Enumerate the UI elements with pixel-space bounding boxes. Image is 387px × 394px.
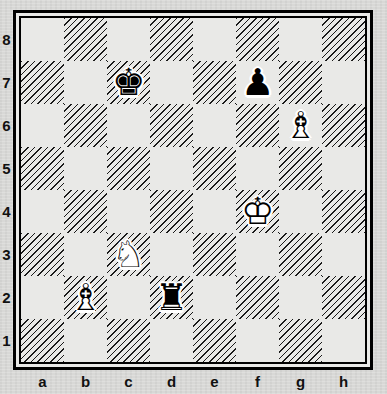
square-c6 [107, 104, 150, 147]
square-g8 [279, 18, 322, 61]
file-label-b: b [64, 373, 107, 391]
file-label-d: d [150, 373, 193, 391]
square-h3 [322, 233, 365, 276]
square-b4 [64, 190, 107, 233]
square-g4 [279, 190, 322, 233]
square-b7 [64, 61, 107, 104]
square-f7: ♟ [236, 61, 279, 104]
rank-label-2: 2 [0, 276, 13, 319]
square-d3 [150, 233, 193, 276]
square-g1 [279, 319, 322, 362]
square-f1 [236, 319, 279, 362]
piece-black-rook-d2: ♜ [150, 276, 193, 319]
file-label-a: a [21, 373, 64, 391]
piece-white-king-f4: ♚♔ [236, 190, 279, 233]
piece-white-bishop-g6: ♝♗ [279, 104, 322, 147]
square-c3: ♞♘ [107, 233, 150, 276]
square-a4 [21, 190, 64, 233]
square-a2 [21, 276, 64, 319]
square-h1 [322, 319, 365, 362]
square-f5 [236, 147, 279, 190]
file-label-g: g [279, 373, 322, 391]
file-label-h: h [322, 373, 365, 391]
chess-board: ♚♟♝♗♚♔♞♘♝♗♜ [13, 10, 373, 370]
square-d2: ♜ [150, 276, 193, 319]
square-g6: ♝♗ [279, 104, 322, 147]
square-f4: ♚♔ [236, 190, 279, 233]
rank-label-5: 5 [0, 147, 13, 190]
piece-white-bishop-b2: ♝♗ [64, 276, 107, 319]
file-label-f: f [236, 373, 279, 391]
square-a8 [21, 18, 64, 61]
square-h6 [322, 104, 365, 147]
square-g7 [279, 61, 322, 104]
square-d7 [150, 61, 193, 104]
square-b1 [64, 319, 107, 362]
square-e6 [193, 104, 236, 147]
square-c4 [107, 190, 150, 233]
square-d6 [150, 104, 193, 147]
square-a5 [21, 147, 64, 190]
board-inner-border: ♚♟♝♗♚♔♞♘♝♗♜ [19, 16, 367, 364]
rank-label-8: 8 [0, 18, 13, 61]
rank-label-3: 3 [0, 233, 13, 276]
chess-diagram-page: 87654321 ♚♟♝♗♚♔♞♘♝♗♜ abcdefgh [0, 0, 387, 394]
square-e2 [193, 276, 236, 319]
square-a1 [21, 319, 64, 362]
square-c8 [107, 18, 150, 61]
square-b5 [64, 147, 107, 190]
square-b6 [64, 104, 107, 147]
square-b3 [64, 233, 107, 276]
file-label-e: e [193, 373, 236, 391]
square-a7 [21, 61, 64, 104]
square-d5 [150, 147, 193, 190]
rank-label-1: 1 [0, 319, 13, 362]
square-g3 [279, 233, 322, 276]
board-grid: ♚♟♝♗♚♔♞♘♝♗♜ [21, 18, 365, 362]
square-h2 [322, 276, 365, 319]
square-e7 [193, 61, 236, 104]
square-d4 [150, 190, 193, 233]
square-d1 [150, 319, 193, 362]
square-c1 [107, 319, 150, 362]
rank-labels: 87654321 [0, 18, 13, 362]
rank-label-7: 7 [0, 61, 13, 104]
square-e1 [193, 319, 236, 362]
square-f6 [236, 104, 279, 147]
square-c5 [107, 147, 150, 190]
square-f2 [236, 276, 279, 319]
square-g5 [279, 147, 322, 190]
square-f8 [236, 18, 279, 61]
square-a6 [21, 104, 64, 147]
rank-label-6: 6 [0, 104, 13, 147]
square-e8 [193, 18, 236, 61]
square-h7 [322, 61, 365, 104]
square-b8 [64, 18, 107, 61]
square-e3 [193, 233, 236, 276]
square-b2: ♝♗ [64, 276, 107, 319]
square-f3 [236, 233, 279, 276]
file-labels: abcdefgh [21, 373, 365, 391]
piece-black-king-c7: ♚ [107, 61, 150, 104]
piece-white-knight-c3: ♞♘ [107, 233, 150, 276]
square-a3 [21, 233, 64, 276]
square-h8 [322, 18, 365, 61]
square-e5 [193, 147, 236, 190]
square-h4 [322, 190, 365, 233]
piece-black-pawn-f7: ♟ [236, 61, 279, 104]
square-g2 [279, 276, 322, 319]
square-c2 [107, 276, 150, 319]
square-c7: ♚ [107, 61, 150, 104]
square-h5 [322, 147, 365, 190]
square-e4 [193, 190, 236, 233]
rank-label-4: 4 [0, 190, 13, 233]
square-d8 [150, 18, 193, 61]
file-label-c: c [107, 373, 150, 391]
